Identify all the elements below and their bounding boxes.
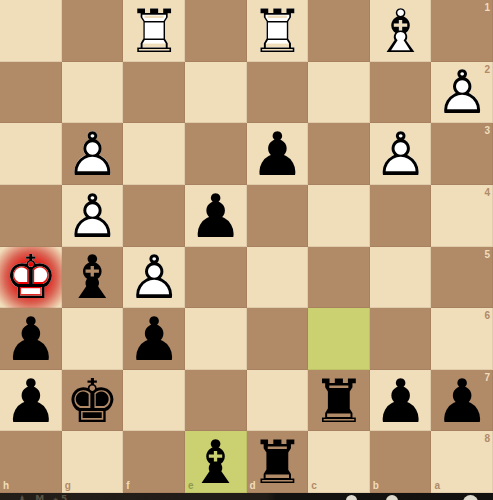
square-e8[interactable]: ♝e — [185, 431, 247, 493]
piece-black-pawn: ♟ — [247, 123, 309, 185]
piece-black-rook: ♜ — [247, 431, 309, 493]
white-pawn-fill: ♟ — [62, 185, 124, 247]
rank-label-1: 1 — [484, 2, 490, 13]
square-a7[interactable]: ♟7 — [431, 370, 493, 432]
square-f4[interactable] — [123, 185, 185, 247]
rank-label-3: 3 — [484, 125, 490, 136]
square-b6[interactable] — [370, 308, 432, 370]
white-pawn-fill: ♟ — [370, 123, 432, 185]
white-rook-icon: ♖ — [123, 0, 185, 62]
square-b4[interactable] — [370, 185, 432, 247]
square-b3[interactable]: ♟♙ — [370, 123, 432, 185]
square-c6[interactable] — [308, 308, 370, 370]
partial-circle-shape — [346, 495, 357, 500]
square-f2[interactable] — [123, 62, 185, 124]
square-d1[interactable]: ♜♖ — [247, 0, 309, 62]
square-c7[interactable]: ♜ — [308, 370, 370, 432]
black-pawn-icon: ♟ — [247, 123, 309, 185]
square-b1[interactable]: ♝♗ — [370, 0, 432, 62]
rank-label-6: 6 — [484, 310, 490, 321]
black-bishop-icon: ♝ — [62, 247, 124, 309]
partial-circle-shape — [463, 495, 478, 500]
white-pawn-icon: ♙ — [62, 123, 124, 185]
square-e7[interactable] — [185, 370, 247, 432]
file-label-c: c — [311, 480, 317, 491]
white-rook-fill: ♜ — [123, 0, 185, 62]
square-h4[interactable] — [0, 185, 62, 247]
file-label-a: a — [434, 480, 440, 491]
square-g4[interactable]: ♟♙ — [62, 185, 124, 247]
square-d3[interactable]: ♟ — [247, 123, 309, 185]
black-king-icon: ♚ — [62, 370, 124, 432]
square-a6[interactable]: 6 — [431, 308, 493, 370]
piece-white-king: ♚♔ — [0, 247, 62, 309]
piece-black-king: ♚ — [62, 370, 124, 432]
black-rook-icon: ♜ — [308, 370, 370, 432]
piece-black-pawn: ♟ — [370, 370, 432, 432]
file-label-g: g — [65, 480, 71, 491]
file-label-b: b — [373, 480, 379, 491]
square-h1[interactable] — [0, 0, 62, 62]
piece-black-pawn: ♟ — [0, 308, 62, 370]
square-e6[interactable] — [185, 308, 247, 370]
piece-black-pawn: ♟ — [185, 185, 247, 247]
black-pawn-icon: ♟ — [0, 308, 62, 370]
square-g8[interactable]: g — [62, 431, 124, 493]
square-e5[interactable] — [185, 247, 247, 309]
piece-white-pawn: ♟♙ — [370, 123, 432, 185]
square-h8[interactable]: h — [0, 431, 62, 493]
square-a3[interactable]: 3 — [431, 123, 493, 185]
piece-black-pawn: ♟ — [123, 308, 185, 370]
white-king-icon: ♔ — [0, 247, 62, 309]
square-c5[interactable] — [308, 247, 370, 309]
square-g6[interactable] — [62, 308, 124, 370]
square-h5[interactable]: ♚♔ — [0, 247, 62, 309]
square-d4[interactable] — [247, 185, 309, 247]
square-a1[interactable]: 1 — [431, 0, 493, 62]
black-pawn-icon: ♟ — [370, 370, 432, 432]
piece-white-pawn: ♟♙ — [123, 247, 185, 309]
square-h6[interactable]: ♟ — [0, 308, 62, 370]
file-label-h: h — [3, 480, 9, 491]
piece-black-rook: ♜ — [308, 370, 370, 432]
square-d8[interactable]: ♜d — [247, 431, 309, 493]
square-d2[interactable] — [247, 62, 309, 124]
square-e3[interactable] — [185, 123, 247, 185]
square-f6[interactable]: ♟ — [123, 308, 185, 370]
black-bishop-icon: ♝ — [185, 431, 247, 493]
rank-label-5: 5 — [484, 249, 490, 260]
truncated-caption-text: ♟ M ⁎5 — [18, 494, 70, 500]
file-label-f: f — [126, 480, 129, 491]
rank-label-8: 8 — [484, 433, 490, 444]
white-pawn-icon: ♙ — [62, 185, 124, 247]
square-a5[interactable]: 5 — [431, 247, 493, 309]
piece-white-pawn: ♟♙ — [62, 123, 124, 185]
square-f3[interactable] — [123, 123, 185, 185]
square-h2[interactable] — [0, 62, 62, 124]
square-g7[interactable]: ♚ — [62, 370, 124, 432]
square-f8[interactable]: f — [123, 431, 185, 493]
bottom-bar: ♟ M ⁎5 — [0, 493, 493, 500]
square-c1[interactable] — [308, 0, 370, 62]
white-rook-fill: ♜ — [247, 0, 309, 62]
piece-white-pawn: ♟♙ — [62, 185, 124, 247]
white-bishop-icon: ♗ — [370, 0, 432, 62]
square-b7[interactable]: ♟ — [370, 370, 432, 432]
piece-black-bishop: ♝ — [185, 431, 247, 493]
black-rook-icon: ♜ — [247, 431, 309, 493]
square-c8[interactable]: c — [308, 431, 370, 493]
square-e1[interactable] — [185, 0, 247, 62]
square-f7[interactable] — [123, 370, 185, 432]
piece-white-rook: ♜♖ — [123, 0, 185, 62]
black-pawn-icon: ♟ — [0, 370, 62, 432]
square-g2[interactable] — [62, 62, 124, 124]
piece-white-rook: ♜♖ — [247, 0, 309, 62]
rank-label-7: 7 — [484, 372, 490, 383]
square-a4[interactable]: 4 — [431, 185, 493, 247]
white-pawn-fill: ♟ — [62, 123, 124, 185]
file-label-d: d — [250, 480, 256, 491]
square-d5[interactable] — [247, 247, 309, 309]
square-d7[interactable] — [247, 370, 309, 432]
square-f5[interactable]: ♟♙ — [123, 247, 185, 309]
file-label-e: e — [188, 480, 194, 491]
square-g3[interactable]: ♟♙ — [62, 123, 124, 185]
rank-label-2: 2 — [484, 64, 490, 75]
chess-board: ♜♖♜♖♝♗1♟♙2♟♙♟♟♙3♟♙♟4♚♔♝♟♙5♟♟6♟♚♜♟♟7hgf♝e… — [0, 0, 493, 493]
white-rook-icon: ♖ — [247, 0, 309, 62]
piece-black-bishop: ♝ — [62, 247, 124, 309]
square-e4[interactable]: ♟ — [185, 185, 247, 247]
square-c4[interactable] — [308, 185, 370, 247]
square-g1[interactable] — [62, 0, 124, 62]
square-h3[interactable] — [0, 123, 62, 185]
rank-label-4: 4 — [484, 187, 490, 198]
square-a8[interactable]: 8a — [431, 431, 493, 493]
white-king-fill: ♚ — [0, 247, 62, 309]
piece-white-bishop: ♝♗ — [370, 0, 432, 62]
piece-black-pawn: ♟ — [0, 370, 62, 432]
square-b2[interactable] — [370, 62, 432, 124]
black-pawn-icon: ♟ — [185, 185, 247, 247]
square-h7[interactable]: ♟ — [0, 370, 62, 432]
black-pawn-icon: ♟ — [123, 308, 185, 370]
square-g5[interactable]: ♝ — [62, 247, 124, 309]
white-pawn-icon: ♙ — [370, 123, 432, 185]
white-bishop-fill: ♝ — [370, 0, 432, 62]
square-e2[interactable] — [185, 62, 247, 124]
square-f1[interactable]: ♜♖ — [123, 0, 185, 62]
white-pawn-fill: ♟ — [123, 247, 185, 309]
square-c2[interactable] — [308, 62, 370, 124]
white-pawn-icon: ♙ — [123, 247, 185, 309]
square-d6[interactable] — [247, 308, 309, 370]
square-b5[interactable] — [370, 247, 432, 309]
square-b8[interactable]: b — [370, 431, 432, 493]
square-c3[interactable] — [308, 123, 370, 185]
square-a2[interactable]: ♟♙2 — [431, 62, 493, 124]
partial-circle-shape — [386, 495, 398, 500]
screenshot-root: ♜♖♜♖♝♗1♟♙2♟♙♟♟♙3♟♙♟4♚♔♝♟♙5♟♟6♟♚♜♟♟7hgf♝e… — [0, 0, 493, 500]
